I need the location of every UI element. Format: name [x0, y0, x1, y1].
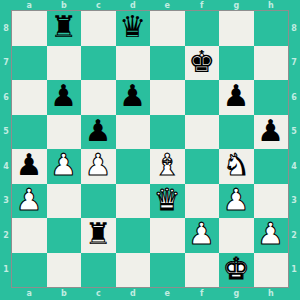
square-d7[interactable]	[116, 46, 151, 81]
square-g3[interactable]: ♟︎	[219, 184, 254, 219]
square-a1[interactable]	[12, 253, 47, 288]
chess-board: ♜︎♛︎♚︎♟︎♟︎♟︎♟︎♟︎♟︎♟︎♟︎♝︎♞︎♟︎♛︎♟︎♜︎♟︎♟︎♚︎	[12, 11, 288, 287]
chess-board-frame: abcdefgh 87654321 ♜︎♛︎♚︎♟︎♟︎♟︎♟︎♟︎♟︎♟︎♟︎…	[0, 0, 300, 300]
file-label-bottom-e: e	[150, 287, 185, 300]
square-d4[interactable]	[116, 149, 151, 184]
square-e7[interactable]	[150, 46, 185, 81]
rank-label-left-8: 8	[0, 11, 12, 46]
black-pawn-d6[interactable]: ♟︎	[119, 81, 146, 111]
black-pawn-a4[interactable]: ♟︎	[16, 150, 43, 180]
black-king-f7[interactable]: ♚︎	[188, 47, 215, 77]
white-knight-g4[interactable]: ♞︎	[223, 150, 250, 180]
square-a2[interactable]	[12, 218, 47, 253]
file-label-bottom-a: a	[12, 287, 47, 300]
black-queen-d8[interactable]: ♛︎	[119, 12, 146, 42]
rank-label-right-1: 1	[288, 253, 300, 288]
square-d2[interactable]	[116, 218, 151, 253]
rank-label-right-6: 6	[288, 80, 300, 115]
square-d3[interactable]	[116, 184, 151, 219]
square-f5[interactable]	[185, 115, 220, 150]
rank-label-left-2: 2	[0, 218, 12, 253]
square-e4[interactable]: ♝︎	[150, 149, 185, 184]
square-b1[interactable]	[47, 253, 82, 288]
rank-label-right-4: 4	[288, 149, 300, 184]
file-label-bottom-f: f	[185, 287, 220, 300]
square-c4[interactable]: ♟︎	[81, 149, 116, 184]
square-g6[interactable]: ♟︎	[219, 80, 254, 115]
file-label-top-e: e	[150, 0, 185, 11]
file-label-top-c: c	[81, 0, 116, 11]
square-b5[interactable]	[47, 115, 82, 150]
square-f1[interactable]	[185, 253, 220, 288]
square-g2[interactable]	[219, 218, 254, 253]
square-h3[interactable]	[254, 184, 289, 219]
square-b4[interactable]: ♟︎	[47, 149, 82, 184]
square-g4[interactable]: ♞︎	[219, 149, 254, 184]
file-labels-bottom: abcdefgh	[12, 287, 288, 300]
rank-label-left-1: 1	[0, 253, 12, 288]
file-label-bottom-c: c	[81, 287, 116, 300]
rank-label-left-5: 5	[0, 115, 12, 150]
rank-label-left-7: 7	[0, 46, 12, 81]
rank-label-right-7: 7	[288, 46, 300, 81]
white-pawn-h2[interactable]: ♟︎	[257, 219, 284, 249]
square-b7[interactable]	[47, 46, 82, 81]
square-e8[interactable]	[150, 11, 185, 46]
square-h6[interactable]	[254, 80, 289, 115]
white-pawn-a3[interactable]: ♟︎	[16, 185, 43, 215]
white-king-g1[interactable]: ♚︎	[223, 254, 250, 284]
square-h8[interactable]	[254, 11, 289, 46]
square-c5[interactable]: ♟︎	[81, 115, 116, 150]
square-f2[interactable]: ♟︎	[185, 218, 220, 253]
square-f7[interactable]: ♚︎	[185, 46, 220, 81]
square-a8[interactable]	[12, 11, 47, 46]
white-pawn-b4[interactable]: ♟︎	[50, 150, 77, 180]
file-label-top-a: a	[12, 0, 47, 11]
file-label-bottom-h: h	[254, 287, 289, 300]
rank-label-left-3: 3	[0, 184, 12, 219]
square-b6[interactable]: ♟︎	[47, 80, 82, 115]
square-g5[interactable]	[219, 115, 254, 150]
square-d6[interactable]: ♟︎	[116, 80, 151, 115]
file-label-top-h: h	[254, 0, 289, 11]
square-e3[interactable]: ♛︎	[150, 184, 185, 219]
square-a6[interactable]	[12, 80, 47, 115]
square-g8[interactable]	[219, 11, 254, 46]
rank-label-right-5: 5	[288, 115, 300, 150]
rank-label-right-3: 3	[288, 184, 300, 219]
file-label-top-g: g	[219, 0, 254, 11]
square-f8[interactable]	[185, 11, 220, 46]
black-rook-c2[interactable]: ♜︎	[85, 219, 112, 249]
file-label-bottom-d: d	[116, 287, 151, 300]
square-d5[interactable]	[116, 115, 151, 150]
rank-label-left-6: 6	[0, 80, 12, 115]
square-h7[interactable]	[254, 46, 289, 81]
rank-label-left-4: 4	[0, 149, 12, 184]
square-c6[interactable]	[81, 80, 116, 115]
rank-label-right-2: 2	[288, 218, 300, 253]
square-a5[interactable]	[12, 115, 47, 150]
square-h5[interactable]: ♟︎	[254, 115, 289, 150]
square-g1[interactable]: ♚︎	[219, 253, 254, 288]
square-a3[interactable]: ♟︎	[12, 184, 47, 219]
file-label-bottom-g: g	[219, 287, 254, 300]
square-c3[interactable]	[81, 184, 116, 219]
square-e6[interactable]	[150, 80, 185, 115]
square-h4[interactable]	[254, 149, 289, 184]
white-pawn-f2[interactable]: ♟︎	[188, 219, 215, 249]
square-b8[interactable]: ♜︎	[47, 11, 82, 46]
square-h2[interactable]: ♟︎	[254, 218, 289, 253]
black-pawn-g6[interactable]: ♟︎	[223, 81, 250, 111]
square-c7[interactable]	[81, 46, 116, 81]
square-b3[interactable]	[47, 184, 82, 219]
square-d8[interactable]: ♛︎	[116, 11, 151, 46]
white-bishop-e4[interactable]: ♝︎	[154, 150, 181, 180]
square-c2[interactable]: ♜︎	[81, 218, 116, 253]
square-f3[interactable]	[185, 184, 220, 219]
square-f4[interactable]	[185, 149, 220, 184]
square-c1[interactable]	[81, 253, 116, 288]
square-e5[interactable]	[150, 115, 185, 150]
square-h1[interactable]	[254, 253, 289, 288]
rank-label-right-8: 8	[288, 11, 300, 46]
black-rook-b8[interactable]: ♜︎	[50, 12, 77, 42]
square-c8[interactable]	[81, 11, 116, 46]
black-pawn-h5[interactable]: ♟︎	[257, 116, 284, 146]
file-label-top-f: f	[185, 0, 220, 11]
white-queen-e3[interactable]: ♛︎	[154, 185, 181, 215]
black-pawn-b6[interactable]: ♟︎	[50, 81, 77, 111]
white-pawn-g3[interactable]: ♟︎	[223, 185, 250, 215]
rank-labels-left: 87654321	[0, 11, 12, 287]
square-e1[interactable]	[150, 253, 185, 288]
square-b2[interactable]	[47, 218, 82, 253]
square-a7[interactable]	[12, 46, 47, 81]
square-f6[interactable]	[185, 80, 220, 115]
file-label-bottom-b: b	[47, 287, 82, 300]
black-pawn-c5[interactable]: ♟︎	[85, 116, 112, 146]
white-pawn-c4[interactable]: ♟︎	[85, 150, 112, 180]
square-g7[interactable]	[219, 46, 254, 81]
square-d1[interactable]	[116, 253, 151, 288]
rank-labels-right: 87654321	[288, 11, 300, 287]
square-a4[interactable]: ♟︎	[12, 149, 47, 184]
square-e2[interactable]	[150, 218, 185, 253]
